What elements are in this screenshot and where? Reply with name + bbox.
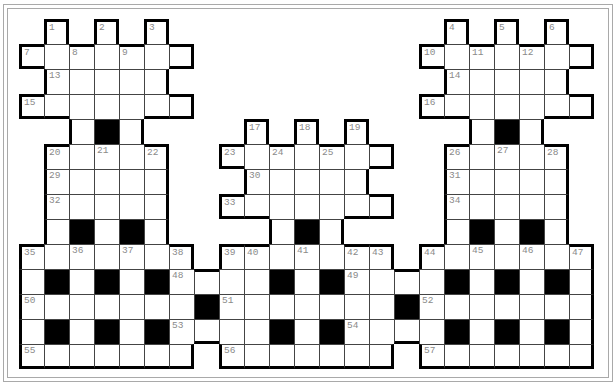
crossword-cell-r8c15[interactable]	[369, 194, 394, 219]
crossword-cell-r4c3[interactable]	[69, 94, 94, 119]
block-cell-r5c20	[494, 119, 519, 144]
crossword-cell-r11c3[interactable]	[69, 269, 94, 294]
crossword-cell-r4c21[interactable]	[519, 94, 544, 119]
clue-number-51: 51	[222, 296, 233, 306]
clue-number-46: 46	[522, 246, 533, 256]
crossword-cell-r7c19[interactable]	[469, 169, 494, 194]
crossword-cell-r2c21[interactable]: 12	[519, 44, 544, 69]
crossword-cell-r10c1[interactable]: 35	[19, 244, 44, 269]
clue-number-19: 19	[349, 123, 360, 133]
crossword-cell-r4c7[interactable]	[169, 94, 194, 119]
crossword-cell-r7c13[interactable]	[319, 169, 344, 194]
block-cell-r13c4	[94, 319, 119, 344]
clue-number-15: 15	[24, 98, 35, 108]
crossword-cell-r11c1[interactable]	[19, 269, 44, 294]
clue-number-23: 23	[224, 148, 235, 158]
clue-number-12: 12	[522, 48, 533, 58]
crossword-cell-r9c18[interactable]	[444, 219, 469, 244]
block-cell-r13c20	[494, 319, 519, 344]
crossword-cell-r4c1[interactable]: 15	[19, 94, 44, 119]
crossword-cell-r13c1[interactable]	[19, 319, 44, 344]
crossword-cell-r7c5[interactable]	[119, 169, 144, 194]
block-cell-r13c6	[144, 319, 169, 344]
crossword-cell-r10c15[interactable]: 43	[369, 244, 394, 269]
crossword-cell-r7c4[interactable]	[94, 169, 119, 194]
block-cell-r13c11	[269, 319, 294, 344]
crossword-cell-r10c12[interactable]: 41	[294, 244, 319, 269]
clue-number-42: 42	[347, 248, 358, 258]
crossword-cell-r8c14[interactable]	[344, 194, 369, 219]
clue-number-11: 11	[472, 48, 483, 58]
crossword-cell-r8c3[interactable]	[69, 194, 94, 219]
crossword-cell-r5c19[interactable]	[469, 119, 494, 144]
crossword-cell-r9c20[interactable]	[494, 219, 519, 244]
crossword-cell-r2c23[interactable]	[569, 44, 594, 69]
crossword-cell-r13c19[interactable]	[469, 319, 494, 344]
crossword-cell-r9c22[interactable]	[544, 219, 569, 244]
clue-number-13: 13	[49, 71, 60, 81]
crossword-cell-r7c3[interactable]	[69, 169, 94, 194]
crossword-cell-r8c11[interactable]	[269, 194, 294, 219]
block-cell-r11c4	[94, 269, 119, 294]
crossword-cell-r5c3[interactable]	[69, 119, 94, 144]
crossword-cell-r12c10[interactable]	[244, 294, 269, 319]
block-cell-r9c3	[69, 219, 94, 244]
clue-number-49: 49	[347, 271, 358, 281]
crossword-board: 1234567891011121314151617181920212223242…	[19, 19, 594, 369]
crossword-cell-r10c6[interactable]	[144, 244, 169, 269]
crossword-cell-r4c5[interactable]	[119, 94, 144, 119]
clue-number-26: 26	[449, 148, 460, 158]
crossword-cell-r11c5[interactable]	[119, 269, 144, 294]
crossword-cell-r12c7[interactable]	[169, 294, 194, 319]
clue-number-10: 10	[424, 48, 435, 58]
crossword-cell-r12c4[interactable]	[94, 294, 119, 319]
crossword-cell-r14c11[interactable]	[269, 344, 294, 369]
crossword-cell-r9c4[interactable]	[94, 219, 119, 244]
clue-number-1: 1	[49, 23, 55, 33]
crossword-cell-r2c18[interactable]	[444, 44, 469, 69]
crossword-cell-r11c19[interactable]	[469, 269, 494, 294]
crossword-cell-r6c9[interactable]: 23	[219, 144, 244, 169]
crossword-cell-r10c17[interactable]: 44	[419, 244, 444, 269]
crossword-cell-r12c20[interactable]	[494, 294, 519, 319]
crossword-cell-r2c4[interactable]	[94, 44, 119, 69]
clue-number-4: 4	[449, 23, 455, 33]
clue-number-32: 32	[49, 196, 60, 206]
crossword-cell-r6c12[interactable]	[294, 144, 319, 169]
crossword-cell-r12c18[interactable]	[444, 294, 469, 319]
crossword-cell-r2c19[interactable]: 11	[469, 44, 494, 69]
crossword-cell-r13c17[interactable]	[419, 319, 444, 344]
crossword-cell-r12c11[interactable]	[269, 294, 294, 319]
crossword-cell-r10c2[interactable]	[44, 244, 69, 269]
crossword-cell-r7c6[interactable]	[144, 169, 169, 194]
block-cell-r12c8	[194, 294, 219, 319]
crossword-cell-r13c23[interactable]	[569, 319, 594, 344]
crossword-cell-r8c5[interactable]	[119, 194, 144, 219]
crossword-cell-r10c14[interactable]: 42	[344, 244, 369, 269]
crossword-cell-r14c10[interactable]	[244, 344, 269, 369]
crossword-cell-r8c6[interactable]	[144, 194, 169, 219]
crossword-cell-r4c2[interactable]	[44, 94, 69, 119]
clue-number-6: 6	[549, 23, 555, 33]
crossword-cell-r13c9[interactable]	[219, 319, 244, 344]
crossword-cell-r4c6[interactable]	[144, 94, 169, 119]
crossword-cell-r9c13[interactable]	[319, 219, 344, 244]
clue-number-47: 47	[572, 248, 583, 258]
crossword-cell-r14c21[interactable]	[519, 344, 544, 369]
clue-number-9: 9	[122, 48, 128, 58]
crossword-cell-r7c21[interactable]	[519, 169, 544, 194]
block-cell-r9c19	[469, 219, 494, 244]
crossword-cell-r3c6[interactable]	[144, 69, 169, 94]
crossword-cell-r10c3[interactable]: 36	[69, 244, 94, 269]
crossword-cell-r12c3[interactable]	[69, 294, 94, 319]
clue-number-24: 24	[272, 148, 283, 158]
clue-number-40: 40	[247, 248, 258, 258]
crossword-cell-r6c10[interactable]	[244, 144, 269, 169]
crossword-cell-r11c21[interactable]	[519, 269, 544, 294]
crossword-cell-r12c15[interactable]	[369, 294, 394, 319]
clue-number-39: 39	[224, 248, 235, 258]
clue-number-52: 52	[422, 296, 433, 306]
block-cell-r9c12	[294, 219, 319, 244]
clue-number-30: 30	[249, 171, 260, 181]
crossword-cell-r6c19[interactable]	[469, 144, 494, 169]
crossword-cell-r6c6[interactable]: 22	[144, 144, 169, 169]
crossword-cell-r13c10[interactable]	[244, 319, 269, 344]
crossword-cell-r6c13[interactable]: 25	[319, 144, 344, 169]
crossword-cell-r1c4[interactable]: 2	[94, 19, 119, 44]
crossword-cell-r12c9[interactable]: 51	[219, 294, 244, 319]
crossword-cell-r11c8[interactable]	[194, 269, 219, 294]
block-cell-r13c22	[544, 319, 569, 344]
block-cell-r11c6	[144, 269, 169, 294]
crossword-cell-r7c12[interactable]	[294, 169, 319, 194]
crossword-cell-r11c17[interactable]	[419, 269, 444, 294]
crossword-cell-r12c5[interactable]	[119, 294, 144, 319]
crossword-cell-r4c4[interactable]	[94, 94, 119, 119]
crossword-cell-r13c8[interactable]	[194, 319, 219, 344]
clue-number-35: 35	[24, 248, 35, 258]
clue-number-8: 8	[72, 48, 78, 58]
block-cell-r12c16	[394, 294, 419, 319]
clue-number-20: 20	[49, 148, 60, 158]
crossword-cell-r11c9[interactable]	[219, 269, 244, 294]
crossword-cell-r4c18[interactable]	[444, 94, 469, 119]
crossword-cell-r6c22[interactable]: 28	[544, 144, 569, 169]
crossword-cell-r2c17[interactable]: 10	[419, 44, 444, 69]
clue-number-36: 36	[72, 246, 83, 256]
crossword-cell-r14c22[interactable]	[544, 344, 569, 369]
crossword-cell-r8c10[interactable]	[244, 194, 269, 219]
crossword-cell-r1c22[interactable]: 6	[544, 19, 569, 44]
clue-number-16: 16	[424, 98, 435, 108]
crossword-cell-r8c9[interactable]: 33	[219, 194, 244, 219]
crossword-cell-r11c16[interactable]	[394, 269, 419, 294]
crossword-cell-r14c9[interactable]: 56	[219, 344, 244, 369]
clue-number-54: 54	[347, 321, 358, 331]
crossword-cell-r6c3[interactable]	[69, 144, 94, 169]
crossword-cell-r13c3[interactable]	[69, 319, 94, 344]
crossword-cell-r6c21[interactable]	[519, 144, 544, 169]
block-cell-r11c2	[44, 269, 69, 294]
crossword-cell-r14c13[interactable]	[319, 344, 344, 369]
clue-number-31: 31	[449, 171, 460, 181]
crossword-cell-r13c21[interactable]	[519, 319, 544, 344]
crossword-cell-r1c6[interactable]: 3	[144, 19, 169, 44]
crossword-cell-r9c11[interactable]	[269, 219, 294, 244]
crossword-cell-r10c5[interactable]: 37	[119, 244, 144, 269]
crossword-cell-r8c2[interactable]: 32	[44, 194, 69, 219]
clue-number-5: 5	[499, 23, 505, 33]
crossword-cell-r9c2[interactable]	[44, 219, 69, 244]
crossword-cell-r10c19[interactable]: 45	[469, 244, 494, 269]
crossword-cell-r14c6[interactable]	[144, 344, 169, 369]
crossword-cell-r8c13[interactable]	[319, 194, 344, 219]
crossword-cell-r9c6[interactable]	[144, 219, 169, 244]
crossword-cell-r14c20[interactable]	[494, 344, 519, 369]
crossword-cell-r10c11[interactable]	[269, 244, 294, 269]
clue-number-44: 44	[424, 248, 435, 258]
crossword-cell-r12c13[interactable]	[319, 294, 344, 319]
crossword-cell-r7c20[interactable]	[494, 169, 519, 194]
block-cell-r11c18	[444, 269, 469, 294]
crossword-cell-r11c7[interactable]: 48	[169, 269, 194, 294]
crossword-cell-r13c16[interactable]	[394, 319, 419, 344]
crossword-cell-r12c17[interactable]: 52	[419, 294, 444, 319]
crossword-cell-r7c10[interactable]: 30	[244, 169, 269, 194]
crossword-cell-r14c19[interactable]	[469, 344, 494, 369]
crossword-cell-r4c19[interactable]	[469, 94, 494, 119]
crossword-cell-r12c2[interactable]	[44, 294, 69, 319]
crossword-cell-r13c12[interactable]	[294, 319, 319, 344]
crossword-cell-r7c11[interactable]	[269, 169, 294, 194]
crossword-cell-r10c9[interactable]: 39	[219, 244, 244, 269]
clue-number-53: 53	[172, 321, 183, 331]
crossword-cell-r13c7[interactable]: 53	[169, 319, 194, 344]
clue-number-50: 50	[24, 296, 35, 306]
crossword-cell-r14c18[interactable]	[444, 344, 469, 369]
clue-number-27: 27	[497, 146, 508, 156]
crossword-cell-r12c14[interactable]	[344, 294, 369, 319]
crossword-cell-r5c10[interactable]: 17	[244, 119, 269, 144]
crossword-cell-r3c3[interactable]	[69, 69, 94, 94]
crossword-cell-r12c6[interactable]	[144, 294, 169, 319]
crossword-cell-r11c15[interactable]	[369, 269, 394, 294]
crossword-cell-r12c22[interactable]	[544, 294, 569, 319]
crossword-cell-r2c6[interactable]	[144, 44, 169, 69]
crossword-cell-r4c23[interactable]	[569, 94, 594, 119]
clue-number-18: 18	[299, 123, 310, 133]
clue-number-45: 45	[472, 246, 483, 256]
crossword-cell-r6c15[interactable]	[369, 144, 394, 169]
crossword-cell-r6c11[interactable]: 24	[269, 144, 294, 169]
crossword-cell-r13c5[interactable]	[119, 319, 144, 344]
crossword-cell-r8c22[interactable]	[544, 194, 569, 219]
crossword-cell-r3c2[interactable]: 13	[44, 69, 69, 94]
crossword-cell-r12c23[interactable]	[569, 294, 594, 319]
crossword-cell-r10c7[interactable]: 38	[169, 244, 194, 269]
crossword-cell-r7c18[interactable]: 31	[444, 169, 469, 194]
crossword-cell-r10c21[interactable]: 46	[519, 244, 544, 269]
clue-number-21: 21	[97, 146, 108, 156]
crossword-cell-r10c18[interactable]	[444, 244, 469, 269]
crossword-cell-r14c17[interactable]: 57	[419, 344, 444, 369]
clue-number-2: 2	[99, 23, 105, 33]
crossword-cell-r5c5[interactable]	[119, 119, 144, 144]
crossword-cell-r8c18[interactable]: 34	[444, 194, 469, 219]
crossword-cell-r3c5[interactable]	[119, 69, 144, 94]
crossword-cell-r3c19[interactable]	[469, 69, 494, 94]
block-cell-r13c2	[44, 319, 69, 344]
crossword-cell-r13c14[interactable]: 54	[344, 319, 369, 344]
crossword-cell-r14c23[interactable]	[569, 344, 594, 369]
clue-number-41: 41	[297, 246, 308, 256]
crossword-cell-r3c20[interactable]	[494, 69, 519, 94]
clue-number-38: 38	[172, 248, 183, 258]
crossword-cell-r12c12[interactable]	[294, 294, 319, 319]
clue-number-55: 55	[24, 346, 35, 356]
block-cell-r11c20	[494, 269, 519, 294]
crossword-cell-r14c15[interactable]	[369, 344, 394, 369]
clue-number-22: 22	[147, 148, 158, 158]
crossword-cell-r12c21[interactable]	[519, 294, 544, 319]
clue-number-34: 34	[449, 196, 460, 206]
clue-number-17: 17	[249, 123, 260, 133]
clue-number-14: 14	[449, 71, 460, 81]
crossword-cell-r8c21[interactable]	[519, 194, 544, 219]
clue-number-28: 28	[547, 148, 558, 158]
block-cell-r11c13	[319, 269, 344, 294]
crossword-cell-r5c12[interactable]: 18	[294, 119, 319, 144]
block-cell-r9c5	[119, 219, 144, 244]
clue-number-3: 3	[149, 23, 155, 33]
crossword-cell-r11c14[interactable]: 49	[344, 269, 369, 294]
clue-number-25: 25	[322, 148, 333, 158]
clue-number-56: 56	[224, 346, 235, 356]
crossword-cell-r13c15[interactable]	[369, 319, 394, 344]
crossword-cell-r11c12[interactable]	[294, 269, 319, 294]
clue-number-33: 33	[224, 198, 235, 208]
crossword-cell-r14c5[interactable]	[119, 344, 144, 369]
crossword-cell-r10c22[interactable]	[544, 244, 569, 269]
crossword-cell-r10c23[interactable]: 47	[569, 244, 594, 269]
block-cell-r5c4	[94, 119, 119, 144]
block-cell-r11c11	[269, 269, 294, 294]
crossword-cell-r2c20[interactable]	[494, 44, 519, 69]
clue-number-57: 57	[424, 346, 435, 356]
crossword-cell-r14c2[interactable]	[44, 344, 69, 369]
crossword-cell-r12c1[interactable]: 50	[19, 294, 44, 319]
crossword-cell-r7c14[interactable]	[344, 169, 369, 194]
crossword-cell-r2c5[interactable]: 9	[119, 44, 144, 69]
crossword-cell-r4c17[interactable]: 16	[419, 94, 444, 119]
crossword-cell-r6c18[interactable]: 26	[444, 144, 469, 169]
crossword-cell-r5c21[interactable]	[519, 119, 544, 144]
crossword-cell-r14c12[interactable]	[294, 344, 319, 369]
crossword-cell-r6c20[interactable]: 27	[494, 144, 519, 169]
crossword-cell-r4c20[interactable]	[494, 94, 519, 119]
crossword-cell-r1c2[interactable]: 1	[44, 19, 69, 44]
crossword-cell-r2c1[interactable]: 7	[19, 44, 44, 69]
crossword-cell-r10c4[interactable]	[94, 244, 119, 269]
crossword-cell-r3c4[interactable]	[94, 69, 119, 94]
clue-number-7: 7	[24, 48, 30, 58]
crossword-cell-r5c14[interactable]: 19	[344, 119, 369, 144]
block-cell-r9c21	[519, 219, 544, 244]
crossword-cell-r14c3[interactable]	[69, 344, 94, 369]
clue-number-29: 29	[49, 171, 60, 181]
crossword-cell-r10c10[interactable]: 40	[244, 244, 269, 269]
crossword-cell-r11c23[interactable]	[569, 269, 594, 294]
block-cell-r13c13	[319, 319, 344, 344]
crossword-cell-r6c4[interactable]: 21	[94, 144, 119, 169]
crossword-cell-r10c13[interactable]	[319, 244, 344, 269]
crossword-cell-r3c21[interactable]	[519, 69, 544, 94]
block-cell-r13c18	[444, 319, 469, 344]
crossword-cell-r11c10[interactable]	[244, 269, 269, 294]
crossword-cell-r3c18[interactable]: 14	[444, 69, 469, 94]
crossword-cell-r7c22[interactable]	[544, 169, 569, 194]
crossword-cell-r10c20[interactable]	[494, 244, 519, 269]
crossword-cell-r6c14[interactable]	[344, 144, 369, 169]
crossword-cell-r3c22[interactable]	[544, 69, 569, 94]
crossword-cell-r8c19[interactable]	[469, 194, 494, 219]
crossword-cell-r2c3[interactable]: 8	[69, 44, 94, 69]
crossword-cell-r6c2[interactable]: 20	[44, 144, 69, 169]
crossword-cell-r2c22[interactable]	[544, 44, 569, 69]
crossword-cell-r6c5[interactable]	[119, 144, 144, 169]
crossword-cell-r14c4[interactable]	[94, 344, 119, 369]
crossword-cell-r12c19[interactable]	[469, 294, 494, 319]
crossword-cell-r8c4[interactable]	[94, 194, 119, 219]
crossword-cell-r2c2[interactable]	[44, 44, 69, 69]
crossword-cell-r2c7[interactable]	[169, 44, 194, 69]
block-cell-r11c22	[544, 269, 569, 294]
crossword-cell-r1c18[interactable]: 4	[444, 19, 469, 44]
clue-number-48: 48	[172, 271, 183, 281]
crossword-cell-r14c7[interactable]	[169, 344, 194, 369]
crossword-cell-r8c20[interactable]	[494, 194, 519, 219]
crossword-cell-r7c2[interactable]: 29	[44, 169, 69, 194]
crossword-cell-r14c14[interactable]	[344, 344, 369, 369]
crossword-cell-r4c22[interactable]	[544, 94, 569, 119]
crossword-puzzle-screenshot: 1234567891011121314151617181920212223242…	[0, 0, 615, 388]
crossword-cell-r14c1[interactable]: 55	[19, 344, 44, 369]
clue-number-43: 43	[372, 248, 383, 258]
clue-number-37: 37	[122, 246, 133, 256]
crossword-cell-r8c12[interactable]	[294, 194, 319, 219]
crossword-cell-r1c20[interactable]: 5	[494, 19, 519, 44]
